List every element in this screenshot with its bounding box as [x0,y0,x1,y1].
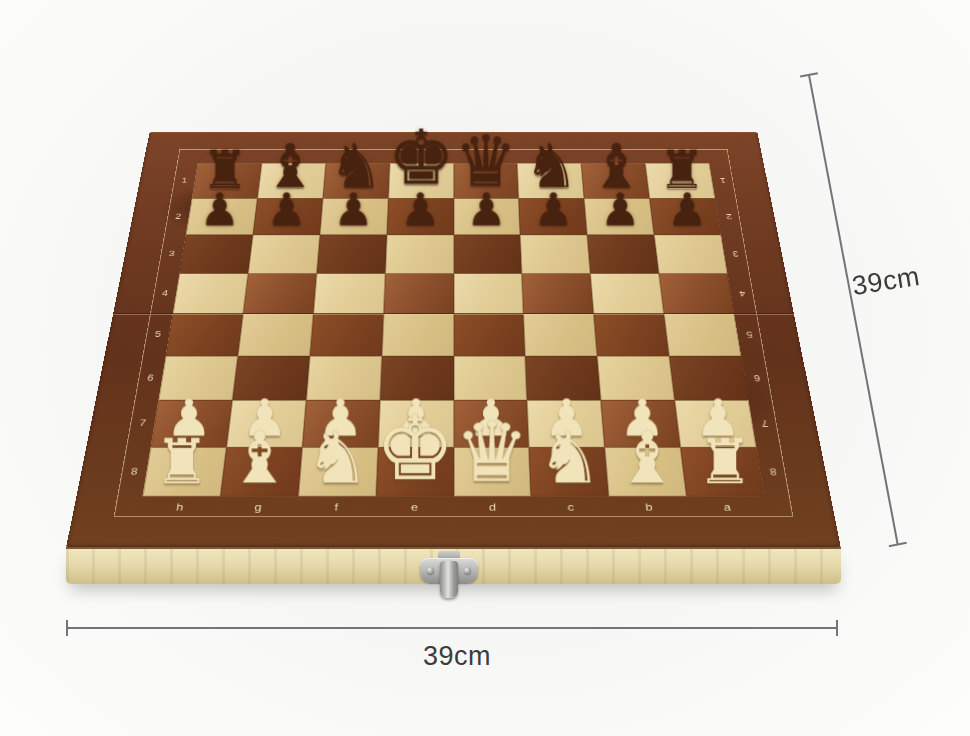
square-e3 [385,235,453,273]
dark-knight: ♞ [328,135,382,195]
square-f6 [306,356,382,400]
light-pawn: ♟ [468,393,514,444]
square-c1: ♞ [517,163,584,198]
light-pawn: ♟ [166,393,212,444]
frame-gutter [198,149,264,163]
square-d5 [454,314,526,356]
square-d6 [454,356,528,400]
square-g6 [232,356,309,400]
chess-board: 1♜♝♞♚♛♞♝♜12♟♟♟♟♟♟♟♟2334455667♟♟♟♟♟♟♟♟78♜… [66,132,841,548]
light-pawn: ♟ [317,393,363,444]
coordinate-label: 2 [725,212,732,220]
coordinate-cell: g [218,496,298,517]
square-c3 [520,235,590,273]
square-f1: ♞ [323,163,390,198]
clasp-screw [464,567,471,574]
frame-gutter [262,149,327,163]
square-f4 [313,273,385,313]
coordinate-label: c [567,501,574,513]
square-a7: ♟ [675,400,757,447]
square-g3 [248,235,320,273]
square-h2: ♟ [186,198,257,235]
light-pawn: ♟ [695,393,741,444]
dark-bishop: ♝ [590,135,644,195]
square-f3 [317,235,387,273]
square-c4 [522,273,594,313]
square-d8: ♛ [454,447,532,496]
metal-clasp [420,551,478,599]
light-pawn: ♟ [544,393,590,444]
square-d2: ♟ [454,198,521,235]
width-dimension-label: 39cm [402,641,512,672]
square-g7: ♟ [226,400,306,447]
frame-gutter [326,149,390,163]
square-g8: ♝ [220,447,302,496]
product-photo: 1♜♝♞♚♛♞♝♜12♟♟♟♟♟♟♟♟2334455667♟♟♟♟♟♟♟♟78♜… [0,0,970,736]
square-b4 [590,273,663,313]
frame-gutter [517,149,581,163]
square-e4 [383,273,453,313]
coordinate-cell: f [296,496,375,517]
square-a4 [659,273,734,313]
square-e2: ♟ [387,198,454,235]
frame-gutter [580,149,645,163]
coordinate-label: 1 [719,177,726,185]
coordinate-label: 5 [154,330,162,339]
coordinate-label: b [645,501,653,513]
square-c5 [524,314,598,356]
square-b7: ♟ [601,400,681,447]
coordinate-cell: 4 [150,273,180,313]
square-d7: ♟ [454,400,530,447]
square-a1: ♜ [645,163,715,198]
square-a8: ♜ [681,447,765,496]
width-dimension-line [66,627,838,629]
square-f2: ♟ [320,198,388,235]
coordinate-label: f [334,501,338,513]
square-a3 [654,235,727,273]
square-c2: ♟ [519,198,587,235]
coordinate-cell: c [531,496,610,517]
coordinate-label: 5 [745,330,753,339]
light-pawn: ♟ [620,393,666,444]
square-d4 [454,273,524,313]
board-grid: 1♜♝♞♚♛♞♝♜12♟♟♟♟♟♟♟♟2334455667♟♟♟♟♟♟♟♟78♜… [114,149,794,517]
square-b6 [597,356,674,400]
square-f7: ♟ [302,400,380,447]
frame-gutter [177,149,200,163]
frame-gutter [454,149,518,163]
coordinate-label: h [176,501,185,513]
clasp-screw [427,567,434,574]
square-f8: ♞ [298,447,378,496]
dark-knight: ♞ [524,135,578,195]
square-b5 [594,314,669,356]
square-h7: ♟ [151,400,233,447]
square-c7: ♟ [527,400,605,447]
square-h3 [180,235,253,273]
square-b2: ♟ [584,198,654,235]
frame-gutter [390,149,454,163]
coordinate-label: 1 [181,177,188,185]
coordinate-label: 3 [168,250,175,258]
coordinate-label: 2 [175,212,182,220]
frame-gutter [707,149,730,163]
coordinate-cell: e [375,496,454,517]
height-dimension-label: 39cm [850,261,922,302]
coordinate-label: 7 [138,418,146,428]
coordinate-cell: b [609,496,689,517]
coordinate-label: 6 [146,373,154,383]
coordinate-cell: a [687,496,768,517]
clasp-knob [440,561,458,598]
coordinate-label: a [723,501,732,513]
square-a5 [664,314,741,356]
square-h8: ♜ [143,447,227,496]
coordinate-label: 4 [738,289,745,298]
square-d3 [454,235,522,273]
coordinate-cell: 4 [727,273,757,313]
square-b8: ♝ [605,447,687,496]
square-h4 [173,273,248,313]
square-g1: ♝ [257,163,325,198]
coordinate-label: 4 [161,289,168,298]
coordinate-label: 7 [761,418,769,428]
square-h1: ♜ [192,163,262,198]
coordinate-cell: h [139,496,220,517]
square-e6 [380,356,454,400]
square-e1: ♚ [388,163,453,198]
dark-bishop: ♝ [263,135,317,195]
frame-gutter [114,496,143,517]
square-h6 [158,356,237,400]
square-b3 [587,235,659,273]
coordinate-label: d [489,501,496,513]
coordinate-label: 6 [753,373,761,383]
square-a2: ♟ [650,198,721,235]
coordinate-label: g [254,501,262,513]
coordinate-label: e [411,501,418,513]
coordinate-label: 3 [732,250,739,258]
frame-gutter [764,496,793,517]
square-g4 [243,273,316,313]
square-e7: ♟ [378,400,454,447]
square-e8: ♚ [376,447,454,496]
coordinate-label: 8 [769,466,777,477]
square-f5 [310,314,384,356]
frame-gutter [644,149,710,163]
square-d1: ♛ [454,163,519,198]
square-g2: ♟ [253,198,323,235]
square-h5 [166,314,243,356]
square-a6 [669,356,748,400]
light-pawn: ♟ [242,393,288,444]
board-frame: 1♜♝♞♚♛♞♝♜12♟♟♟♟♟♟♟♟2334455667♟♟♟♟♟♟♟♟78♜… [66,132,841,548]
square-c8: ♞ [529,447,609,496]
coordinate-label: 8 [130,466,138,477]
coordinate-cell: d [454,496,533,517]
square-b1: ♝ [581,163,649,198]
light-pawn: ♟ [393,393,439,444]
square-g5 [238,314,313,356]
square-c6 [525,356,601,400]
square-e5 [382,314,454,356]
